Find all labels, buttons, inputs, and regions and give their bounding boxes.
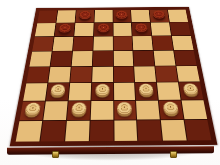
board-front-edge (7, 146, 214, 154)
square-a5[interactable] (29, 51, 51, 66)
checkers-board (16, 10, 212, 142)
square-b7[interactable] (55, 23, 75, 36)
piece-light-a2[interactable] (24, 103, 41, 115)
square-b8[interactable] (56, 10, 75, 22)
square-e4[interactable] (113, 66, 134, 82)
square-f8[interactable] (131, 10, 150, 22)
square-a1[interactable] (16, 121, 42, 141)
square-d2[interactable] (90, 101, 113, 120)
piece-red-b7[interactable] (58, 24, 71, 33)
square-g7[interactable] (151, 22, 171, 35)
piece-red-g8[interactable] (153, 10, 166, 18)
square-g2[interactable] (159, 101, 184, 120)
piece-light-c2[interactable] (71, 102, 86, 114)
square-f4[interactable] (134, 66, 156, 82)
square-c1[interactable] (65, 121, 89, 141)
brass-hinge-left-icon (52, 151, 59, 158)
piece-light-d3[interactable] (95, 84, 109, 95)
piece-light-g2[interactable] (163, 102, 179, 114)
square-c4[interactable] (70, 66, 92, 82)
square-h4[interactable] (177, 66, 200, 82)
square-g3[interactable] (157, 83, 180, 100)
square-g4[interactable] (155, 66, 178, 82)
square-a8[interactable] (37, 10, 57, 22)
square-a7[interactable] (35, 23, 56, 36)
square-e3[interactable] (114, 83, 136, 100)
square-b1[interactable] (40, 121, 65, 141)
brass-hinge-right-icon (170, 151, 177, 158)
square-c7[interactable] (74, 23, 93, 36)
square-a4[interactable] (26, 67, 49, 83)
square-d6[interactable] (93, 36, 112, 50)
square-f7[interactable] (132, 22, 151, 35)
square-e8[interactable] (113, 10, 131, 22)
square-a6[interactable] (32, 37, 53, 51)
square-b5[interactable] (50, 51, 71, 66)
square-e7[interactable] (113, 23, 132, 36)
piece-red-d7[interactable] (97, 24, 109, 33)
square-h8[interactable] (168, 10, 188, 22)
square-g5[interactable] (154, 50, 176, 65)
piece-light-e2[interactable] (117, 102, 132, 114)
square-h6[interactable] (172, 36, 193, 50)
square-d7[interactable] (94, 23, 113, 36)
square-c2[interactable] (67, 101, 90, 120)
square-b3[interactable] (46, 83, 69, 100)
square-f1[interactable] (137, 120, 162, 140)
square-f6[interactable] (133, 36, 153, 50)
square-h2[interactable] (182, 100, 207, 119)
square-h1[interactable] (185, 120, 212, 140)
piece-light-b3[interactable] (50, 84, 65, 95)
square-e2[interactable] (114, 101, 137, 120)
square-a2[interactable] (20, 102, 45, 121)
square-h3[interactable] (179, 82, 203, 99)
board-frame (10, 7, 218, 146)
piece-light-f3[interactable] (139, 84, 154, 95)
square-c6[interactable] (73, 36, 93, 50)
square-h5[interactable] (174, 50, 196, 65)
square-g8[interactable] (150, 10, 169, 22)
square-c8[interactable] (75, 10, 94, 22)
square-d8[interactable] (94, 10, 112, 22)
square-a3[interactable] (23, 84, 47, 101)
square-d3[interactable] (91, 83, 113, 100)
square-h7[interactable] (170, 22, 191, 35)
piece-red-f7[interactable] (135, 23, 148, 32)
photo-background (0, 0, 220, 165)
square-f2[interactable] (136, 101, 160, 120)
square-c3[interactable] (68, 83, 90, 100)
piece-red-e8[interactable] (116, 11, 128, 19)
square-e1[interactable] (114, 120, 138, 140)
square-d5[interactable] (92, 51, 112, 66)
square-f5[interactable] (134, 51, 155, 66)
square-b4[interactable] (48, 67, 70, 83)
square-g1[interactable] (161, 120, 187, 140)
piece-red-c8[interactable] (79, 11, 91, 19)
square-b2[interactable] (43, 101, 67, 120)
square-e5[interactable] (113, 51, 133, 66)
square-d1[interactable] (89, 121, 113, 141)
square-g6[interactable] (152, 36, 173, 50)
piece-light-h3[interactable] (183, 84, 199, 95)
square-c5[interactable] (71, 51, 92, 66)
square-e6[interactable] (113, 36, 133, 50)
square-d4[interactable] (92, 66, 113, 82)
square-b6[interactable] (53, 37, 74, 51)
square-f3[interactable] (135, 83, 158, 100)
